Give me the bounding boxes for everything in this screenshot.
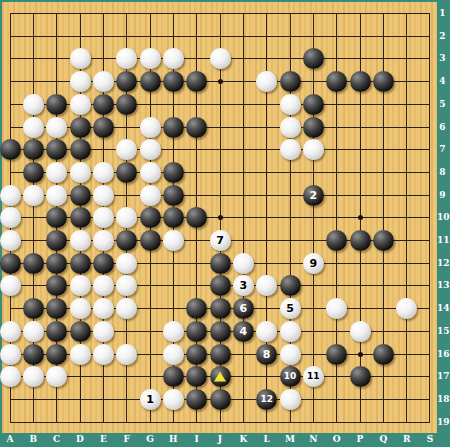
stone-M17[interactable]: 10	[280, 366, 301, 387]
stone-O4[interactable]	[326, 71, 347, 92]
stone-F11[interactable]	[116, 230, 137, 251]
stone-D15[interactable]	[70, 321, 91, 342]
column-label-R: R	[401, 435, 413, 444]
move-number-label: 2	[303, 185, 324, 206]
star-point	[218, 79, 223, 84]
stone-L13[interactable]	[256, 275, 277, 296]
column-label-P: P	[354, 435, 366, 444]
stone-J18[interactable]	[210, 389, 231, 410]
stone-M13[interactable]	[280, 275, 301, 296]
stone-C6[interactable]	[46, 117, 67, 138]
column-label-H: H	[167, 435, 179, 444]
stone-H6[interactable]	[163, 117, 184, 138]
stone-F4[interactable]	[116, 71, 137, 92]
column-label-K: K	[237, 435, 249, 444]
stone-A10[interactable]	[0, 207, 21, 228]
stone-Q11[interactable]	[373, 230, 394, 251]
row-label-6: 6	[437, 123, 448, 132]
stone-M16[interactable]	[280, 344, 301, 365]
stone-I15[interactable]	[186, 321, 207, 342]
row-label-2: 2	[437, 32, 448, 41]
stone-D12[interactable]	[70, 253, 91, 274]
stone-J16[interactable]	[210, 344, 231, 365]
stone-J14[interactable]	[210, 298, 231, 319]
stone-F16[interactable]	[116, 344, 137, 365]
stone-A13[interactable]	[0, 275, 21, 296]
stone-B5[interactable]	[23, 94, 44, 115]
row-label-9: 9	[437, 191, 448, 200]
row-label-12: 12	[437, 259, 448, 268]
stone-F10[interactable]	[116, 207, 137, 228]
move-number-label: 3	[233, 275, 254, 296]
stone-E15[interactable]	[93, 321, 114, 342]
stone-N17[interactable]: 11	[303, 366, 324, 387]
stone-Q4[interactable]	[373, 71, 394, 92]
column-label-S: S	[424, 435, 436, 444]
stone-I14[interactable]	[186, 298, 207, 319]
stone-E6[interactable]	[93, 117, 114, 138]
stone-O14[interactable]	[326, 298, 347, 319]
stone-D16[interactable]	[70, 344, 91, 365]
star-point	[358, 352, 363, 357]
stone-B6[interactable]	[23, 117, 44, 138]
stone-C17[interactable]	[46, 366, 67, 387]
stone-J11[interactable]: 7	[210, 230, 231, 251]
stone-G8[interactable]	[140, 162, 161, 183]
stone-H9[interactable]	[163, 185, 184, 206]
row-label-10: 10	[437, 213, 448, 222]
stone-H15[interactable]	[163, 321, 184, 342]
stone-E9[interactable]	[93, 185, 114, 206]
triangle-marker	[214, 371, 226, 381]
stone-J12[interactable]	[210, 253, 231, 274]
stone-B17[interactable]	[23, 366, 44, 387]
stone-D11[interactable]	[70, 230, 91, 251]
stone-E4[interactable]	[93, 71, 114, 92]
column-label-M: M	[284, 435, 296, 444]
column-coordinates: ABCDEFGHIJKLMNOPQRS	[0, 433, 437, 447]
stone-E13[interactable]	[93, 275, 114, 296]
column-label-J: J	[214, 435, 226, 444]
stone-L16[interactable]: 8	[256, 344, 277, 365]
stone-H4[interactable]	[163, 71, 184, 92]
row-label-4: 4	[437, 77, 448, 86]
stone-G18[interactable]: 1	[140, 389, 161, 410]
stone-E5[interactable]	[93, 94, 114, 115]
move-number-label: 4	[233, 321, 254, 342]
stone-A11[interactable]	[0, 230, 21, 251]
stone-H18[interactable]	[163, 389, 184, 410]
stone-B9[interactable]	[23, 185, 44, 206]
stone-C5[interactable]	[46, 94, 67, 115]
stone-D6[interactable]	[70, 117, 91, 138]
stone-E14[interactable]	[93, 298, 114, 319]
stone-C15[interactable]	[46, 321, 67, 342]
stone-N3[interactable]	[303, 48, 324, 69]
stone-D10[interactable]	[70, 207, 91, 228]
stone-L18[interactable]: 12	[256, 389, 277, 410]
stone-C7[interactable]	[46, 139, 67, 160]
stone-P11[interactable]	[350, 230, 371, 251]
stone-C8[interactable]	[46, 162, 67, 183]
stone-B16[interactable]	[23, 344, 44, 365]
stone-D5[interactable]	[70, 94, 91, 115]
stone-D8[interactable]	[70, 162, 91, 183]
column-label-B: B	[27, 435, 39, 444]
stone-I10[interactable]	[186, 207, 207, 228]
stone-A15[interactable]	[0, 321, 21, 342]
stone-G3[interactable]	[140, 48, 161, 69]
stone-B12[interactable]	[23, 253, 44, 274]
stone-G6[interactable]	[140, 117, 161, 138]
column-label-A: A	[4, 435, 16, 444]
stone-M7[interactable]	[280, 139, 301, 160]
move-number-label: 7	[210, 230, 231, 251]
stone-K12[interactable]	[233, 253, 254, 274]
stone-A16[interactable]	[0, 344, 21, 365]
column-label-N: N	[307, 435, 319, 444]
stone-E12[interactable]	[93, 253, 114, 274]
row-label-14: 14	[437, 304, 448, 313]
stone-F14[interactable]	[116, 298, 137, 319]
row-label-13: 13	[437, 281, 448, 290]
stone-K13[interactable]: 3	[233, 275, 254, 296]
stone-M14[interactable]: 5	[280, 298, 301, 319]
stone-I18[interactable]	[186, 389, 207, 410]
grid-line-vertical	[313, 14, 314, 423]
stone-M18[interactable]	[280, 389, 301, 410]
stone-F3[interactable]	[116, 48, 137, 69]
stone-B7[interactable]	[23, 139, 44, 160]
stone-J3[interactable]	[210, 48, 231, 69]
stone-C13[interactable]	[46, 275, 67, 296]
stone-D4[interactable]	[70, 71, 91, 92]
row-coordinates: 12345678910111213141516171819	[437, 0, 450, 433]
stone-D7[interactable]	[70, 139, 91, 160]
stone-J13[interactable]	[210, 275, 231, 296]
stone-R14[interactable]	[396, 298, 417, 319]
stone-H3[interactable]	[163, 48, 184, 69]
row-label-1: 1	[437, 9, 448, 18]
row-label-11: 11	[437, 236, 448, 245]
stone-F12[interactable]	[116, 253, 137, 274]
stone-N9[interactable]: 2	[303, 185, 324, 206]
move-number-label: 10	[280, 366, 301, 387]
stone-C9[interactable]	[46, 185, 67, 206]
stone-A17[interactable]	[0, 366, 21, 387]
star-point	[218, 215, 223, 220]
stone-A9[interactable]	[0, 185, 21, 206]
grid-line-vertical	[243, 14, 244, 423]
column-label-D: D	[74, 435, 86, 444]
stone-M15[interactable]	[280, 321, 301, 342]
stone-H16[interactable]	[163, 344, 184, 365]
stone-J17[interactable]	[210, 366, 231, 387]
stone-K14[interactable]: 6	[233, 298, 254, 319]
stone-C12[interactable]	[46, 253, 67, 274]
stone-M6[interactable]	[280, 117, 301, 138]
column-label-I: I	[191, 435, 203, 444]
stone-C10[interactable]	[46, 207, 67, 228]
stone-I17[interactable]	[186, 366, 207, 387]
stone-C11[interactable]	[46, 230, 67, 251]
stone-G11[interactable]	[140, 230, 161, 251]
stone-C16[interactable]	[46, 344, 67, 365]
column-label-Q: Q	[377, 435, 389, 444]
stone-H17[interactable]	[163, 366, 184, 387]
stone-H11[interactable]	[163, 230, 184, 251]
column-label-O: O	[331, 435, 343, 444]
stone-M5[interactable]	[280, 94, 301, 115]
stone-E16[interactable]	[93, 344, 114, 365]
stone-N12[interactable]: 9	[303, 253, 324, 274]
stone-G4[interactable]	[140, 71, 161, 92]
row-label-7: 7	[437, 145, 448, 154]
stone-L15[interactable]	[256, 321, 277, 342]
stone-E11[interactable]	[93, 230, 114, 251]
stone-P15[interactable]	[350, 321, 371, 342]
move-number-label: 12	[256, 389, 277, 410]
column-label-F: F	[121, 435, 133, 444]
stone-A12[interactable]	[0, 253, 21, 274]
stone-N5[interactable]	[303, 94, 324, 115]
stone-N7[interactable]	[303, 139, 324, 160]
row-label-3: 3	[437, 54, 448, 63]
star-point	[358, 215, 363, 220]
stone-J15[interactable]	[210, 321, 231, 342]
stone-F5[interactable]	[116, 94, 137, 115]
stone-O16[interactable]	[326, 344, 347, 365]
column-label-L: L	[261, 435, 273, 444]
stone-O11[interactable]	[326, 230, 347, 251]
move-number-label: 11	[303, 366, 324, 387]
row-label-17: 17	[437, 372, 448, 381]
grid-line-vertical	[406, 14, 407, 423]
stone-I4[interactable]	[186, 71, 207, 92]
row-label-18: 18	[437, 395, 448, 404]
stone-I6[interactable]	[186, 117, 207, 138]
stone-A7[interactable]	[0, 139, 21, 160]
stone-G9[interactable]	[140, 185, 161, 206]
stone-G7[interactable]	[140, 139, 161, 160]
move-number-label: 9	[303, 253, 324, 274]
move-number-label: 6	[233, 298, 254, 319]
stone-B14[interactable]	[23, 298, 44, 319]
row-label-15: 15	[437, 327, 448, 336]
column-label-E: E	[97, 435, 109, 444]
stone-N6[interactable]	[303, 117, 324, 138]
stone-E10[interactable]	[93, 207, 114, 228]
stone-H10[interactable]	[163, 207, 184, 228]
move-number-label: 8	[256, 344, 277, 365]
stone-G10[interactable]	[140, 207, 161, 228]
stone-L4[interactable]	[256, 71, 277, 92]
stone-D13[interactable]	[70, 275, 91, 296]
stone-B15[interactable]	[23, 321, 44, 342]
stone-F13[interactable]	[116, 275, 137, 296]
stone-H8[interactable]	[163, 162, 184, 183]
stone-I16[interactable]	[186, 344, 207, 365]
stone-F8[interactable]	[116, 162, 137, 183]
row-label-16: 16	[437, 350, 448, 359]
stone-E8[interactable]	[93, 162, 114, 183]
stone-D9[interactable]	[70, 185, 91, 206]
stone-M4[interactable]	[280, 71, 301, 92]
grid-line-vertical	[429, 14, 430, 423]
stone-B8[interactable]	[23, 162, 44, 183]
column-label-G: G	[144, 435, 156, 444]
board-surface[interactable]: 279365481011112	[2, 2, 437, 433]
stone-D3[interactable]	[70, 48, 91, 69]
stone-K15[interactable]: 4	[233, 321, 254, 342]
row-label-5: 5	[437, 100, 448, 109]
stone-P4[interactable]	[350, 71, 371, 92]
stone-F7[interactable]	[116, 139, 137, 160]
grid-line-horizontal	[10, 422, 430, 423]
column-label-C: C	[51, 435, 63, 444]
row-label-8: 8	[437, 168, 448, 177]
stone-P17[interactable]	[350, 366, 371, 387]
stone-D14[interactable]	[70, 298, 91, 319]
go-board-app: 279365481011112 123456789101112131415161…	[0, 0, 450, 447]
move-number-label: 5	[280, 298, 301, 319]
move-number-label: 1	[140, 389, 161, 410]
stone-C14[interactable]	[46, 298, 67, 319]
row-label-19: 19	[437, 418, 448, 427]
stone-Q16[interactable]	[373, 344, 394, 365]
